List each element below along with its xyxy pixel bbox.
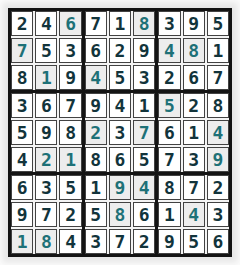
sudoku-cell-r9c9[interactable]: 6 [207, 229, 229, 254]
cell-digit: 4 [17, 151, 28, 169]
cell-digit: 6 [115, 151, 126, 169]
sudoku-cell-r9c2[interactable]: 8 [35, 229, 57, 254]
cell-digit: 6 [164, 124, 175, 142]
sudoku-cell-r8c8[interactable]: 4 [183, 202, 205, 227]
sudoku-cell-r8c1[interactable]: 9 [11, 202, 33, 227]
sudoku-cell-r1c3[interactable]: 6 [59, 11, 81, 36]
sudoku-box-2-1: 367598421 [11, 93, 82, 172]
cell-digit: 5 [212, 15, 223, 33]
sudoku-cell-r7c4[interactable]: 1 [85, 175, 107, 200]
sudoku-cell-r3c4[interactable]: 4 [85, 65, 107, 90]
sudoku-cell-r3c8[interactable]: 6 [183, 65, 205, 90]
sudoku-box-1-3: 395481267 [158, 11, 229, 90]
sudoku-box-3-1: 635972184 [11, 175, 82, 254]
cell-digit: 3 [17, 97, 28, 115]
sudoku-box-2-2: 941237865 [85, 93, 156, 172]
sudoku-cell-r5c9[interactable]: 4 [207, 120, 229, 145]
cell-digit: 9 [212, 151, 223, 169]
cell-digit: 5 [164, 97, 175, 115]
cell-digit: 2 [115, 42, 126, 60]
sudoku-cell-r7c3[interactable]: 5 [59, 175, 81, 200]
cell-digit: 8 [17, 69, 28, 87]
cell-digit: 4 [115, 97, 126, 115]
sudoku-cell-r9c4[interactable]: 3 [85, 229, 107, 254]
cell-digit: 7 [115, 233, 126, 251]
sudoku-cell-r3c3[interactable]: 9 [59, 65, 81, 90]
cell-digit: 4 [90, 69, 101, 87]
cell-digit: 9 [188, 15, 199, 33]
sudoku-cell-r4c5[interactable]: 4 [109, 93, 131, 118]
cell-digit: 3 [188, 151, 199, 169]
sudoku-cell-r3c9[interactable]: 7 [207, 65, 229, 90]
cell-digit: 2 [164, 69, 175, 87]
cell-digit: 8 [164, 179, 175, 197]
cell-digit: 4 [188, 206, 199, 224]
sudoku-cell-r3c2[interactable]: 1 [35, 65, 57, 90]
sudoku-cell-r5c5[interactable]: 3 [109, 120, 131, 145]
cell-digit: 5 [115, 69, 126, 87]
cell-digit: 9 [115, 179, 126, 197]
cell-digit: 6 [139, 206, 150, 224]
sudoku-cell-r6c8[interactable]: 3 [183, 147, 205, 172]
sudoku-cell-r2c9[interactable]: 1 [207, 38, 229, 63]
cell-digit: 7 [188, 179, 199, 197]
sudoku-cell-r6c7[interactable]: 7 [158, 147, 180, 172]
cell-digit: 7 [139, 124, 150, 142]
sudoku-cell-r3c6[interactable]: 3 [133, 65, 155, 90]
cell-digit: 4 [164, 42, 175, 60]
sudoku-cell-r7c2[interactable]: 3 [35, 175, 57, 200]
cell-digit: 3 [212, 206, 223, 224]
cell-digit: 5 [90, 206, 101, 224]
sudoku-cell-r9c1[interactable]: 1 [11, 229, 33, 254]
sudoku-cell-r5c2[interactable]: 9 [35, 120, 57, 145]
sudoku-cell-r5c6[interactable]: 7 [133, 120, 155, 145]
cell-digit: 9 [17, 206, 28, 224]
cell-digit: 1 [65, 151, 76, 169]
sudoku-cell-r7c1[interactable]: 6 [11, 175, 33, 200]
cell-digit: 3 [90, 233, 101, 251]
cell-digit: 1 [188, 124, 199, 142]
sudoku-cell-r9c3[interactable]: 4 [59, 229, 81, 254]
sudoku-cell-r9c5[interactable]: 7 [109, 229, 131, 254]
cell-digit: 9 [164, 233, 175, 251]
sudoku-cell-r8c5[interactable]: 8 [109, 202, 131, 227]
cell-digit: 3 [139, 69, 150, 87]
sudoku-cell-r4c9[interactable]: 8 [207, 93, 229, 118]
cell-digit: 5 [139, 151, 150, 169]
sudoku-cell-r4c2[interactable]: 6 [35, 93, 57, 118]
sudoku-cell-r3c7[interactable]: 2 [158, 65, 180, 90]
cell-digit: 8 [188, 42, 199, 60]
cell-digit: 7 [65, 97, 76, 115]
cell-digit: 8 [115, 206, 126, 224]
sudoku-cell-r1c1[interactable]: 2 [11, 11, 33, 36]
sudoku-box-1-1: 246753819 [11, 11, 82, 90]
cell-digit: 6 [188, 69, 199, 87]
cell-digit: 5 [188, 233, 199, 251]
sudoku-cell-r6c4[interactable]: 8 [85, 147, 107, 172]
cell-digit: 6 [41, 97, 52, 115]
sudoku-cell-r5c4[interactable]: 2 [85, 120, 107, 145]
cell-digit: 4 [41, 15, 52, 33]
cell-digit: 3 [41, 179, 52, 197]
cell-digit: 9 [139, 42, 150, 60]
sudoku-cell-r5c7[interactable]: 6 [158, 120, 180, 145]
sudoku-cell-r6c1[interactable]: 4 [11, 147, 33, 172]
sudoku-cell-r4c1[interactable]: 3 [11, 93, 33, 118]
cell-digit: 5 [17, 124, 28, 142]
sudoku-cell-r8c4[interactable]: 5 [85, 202, 107, 227]
sudoku-cell-r8c6[interactable]: 6 [133, 202, 155, 227]
sudoku-cell-r7c5[interactable]: 9 [109, 175, 131, 200]
cell-digit: 1 [17, 233, 28, 251]
cell-digit: 1 [139, 97, 150, 115]
cell-digit: 2 [188, 97, 199, 115]
sudoku-cell-r4c4[interactable]: 9 [85, 93, 107, 118]
sudoku-cell-r2c3[interactable]: 3 [59, 38, 81, 63]
cell-digit: 8 [212, 97, 223, 115]
sudoku-cell-r7c6[interactable]: 4 [133, 175, 155, 200]
cell-digit: 6 [212, 233, 223, 251]
sudoku-cell-r6c6[interactable]: 5 [133, 147, 155, 172]
sudoku-cell-r7c8[interactable]: 7 [183, 175, 205, 200]
sudoku-cell-r7c7[interactable]: 8 [158, 175, 180, 200]
cell-digit: 7 [164, 151, 175, 169]
cell-digit: 9 [41, 124, 52, 142]
sudoku-cell-r4c7[interactable]: 5 [158, 93, 180, 118]
cell-digit: 8 [139, 15, 150, 33]
sudoku-box-3-3: 872143956 [158, 175, 229, 254]
sudoku-cell-r9c7[interactable]: 9 [158, 229, 180, 254]
cell-digit: 3 [65, 42, 76, 60]
sudoku-cell-r6c3[interactable]: 1 [59, 147, 81, 172]
cell-digit: 8 [41, 233, 52, 251]
cell-digit: 2 [90, 124, 101, 142]
cell-digit: 1 [164, 206, 175, 224]
sudoku-cell-r8c2[interactable]: 7 [35, 202, 57, 227]
sudoku-cell-r1c4[interactable]: 7 [85, 11, 107, 36]
cell-digit: 6 [65, 15, 76, 33]
sudoku-cell-r5c3[interactable]: 8 [59, 120, 81, 145]
cell-digit: 2 [212, 179, 223, 197]
cell-digit: 4 [139, 179, 150, 197]
cell-digit: 8 [90, 151, 101, 169]
cell-digit: 4 [212, 124, 223, 142]
sudoku-cell-r6c5[interactable]: 6 [109, 147, 131, 172]
cell-digit: 7 [41, 206, 52, 224]
sudoku-cell-r8c3[interactable]: 2 [59, 202, 81, 227]
cell-digit: 9 [65, 69, 76, 87]
sudoku-cell-r1c2[interactable]: 4 [35, 11, 57, 36]
sudoku-cell-r2c5[interactable]: 2 [109, 38, 131, 63]
sudoku-cell-r5c8[interactable]: 1 [183, 120, 205, 145]
cell-digit: 7 [17, 42, 28, 60]
sudoku-cell-r1c7[interactable]: 3 [158, 11, 180, 36]
sudoku-cell-r4c3[interactable]: 7 [59, 93, 81, 118]
cell-digit: 1 [115, 15, 126, 33]
cell-digit: 6 [90, 42, 101, 60]
cell-digit: 7 [212, 69, 223, 87]
sudoku-cell-r1c9[interactable]: 5 [207, 11, 229, 36]
sudoku-cell-r2c4[interactable]: 6 [85, 38, 107, 63]
cell-digit: 1 [90, 179, 101, 197]
sudoku-cell-r9c8[interactable]: 5 [183, 229, 205, 254]
sudoku-cell-r3c5[interactable]: 5 [109, 65, 131, 90]
sudoku-page: 2467538197186294533954812673675984219412… [0, 0, 240, 265]
cell-digit: 2 [65, 206, 76, 224]
sudoku-cell-r2c2[interactable]: 5 [35, 38, 57, 63]
sudoku-cell-r1c6[interactable]: 8 [133, 11, 155, 36]
sudoku-cell-r2c8[interactable]: 8 [183, 38, 205, 63]
cell-digit: 4 [65, 233, 76, 251]
sudoku-cell-r3c1[interactable]: 8 [11, 65, 33, 90]
sudoku-cell-r4c6[interactable]: 1 [133, 93, 155, 118]
sudoku-box-1-2: 718629453 [85, 11, 156, 90]
sudoku-cell-r2c7[interactable]: 4 [158, 38, 180, 63]
cell-digit: 2 [17, 15, 28, 33]
sudoku-cell-r4c8[interactable]: 2 [183, 93, 205, 118]
sudoku-cell-r6c2[interactable]: 2 [35, 147, 57, 172]
cell-digit: 9 [90, 97, 101, 115]
cell-digit: 5 [41, 42, 52, 60]
sudoku-cell-r1c8[interactable]: 9 [183, 11, 205, 36]
cell-digit: 1 [41, 69, 52, 87]
sudoku-cell-r1c5[interactable]: 1 [109, 11, 131, 36]
sudoku-box-2-3: 528614739 [158, 93, 229, 172]
sudoku-cell-r2c6[interactable]: 9 [133, 38, 155, 63]
sudoku-cell-r8c7[interactable]: 1 [158, 202, 180, 227]
cell-digit: 2 [139, 233, 150, 251]
sudoku-cell-r7c9[interactable]: 2 [207, 175, 229, 200]
cell-digit: 3 [115, 124, 126, 142]
cell-digit: 3 [164, 15, 175, 33]
sudoku-cell-r2c1[interactable]: 7 [11, 38, 33, 63]
cell-digit: 8 [65, 124, 76, 142]
sudoku-cell-r8c9[interactable]: 3 [207, 202, 229, 227]
cell-digit: 7 [90, 15, 101, 33]
sudoku-cell-r9c6[interactable]: 2 [133, 229, 155, 254]
cell-digit: 1 [212, 42, 223, 60]
cell-digit: 6 [17, 179, 28, 197]
sudoku-cell-r5c1[interactable]: 5 [11, 120, 33, 145]
sudoku-box-3-2: 194586372 [85, 175, 156, 254]
cell-digit: 2 [41, 151, 52, 169]
sudoku-cell-r6c9[interactable]: 9 [207, 147, 229, 172]
sudoku-board: 2467538197186294533954812673675984219412… [8, 8, 232, 257]
cell-digit: 5 [65, 179, 76, 197]
